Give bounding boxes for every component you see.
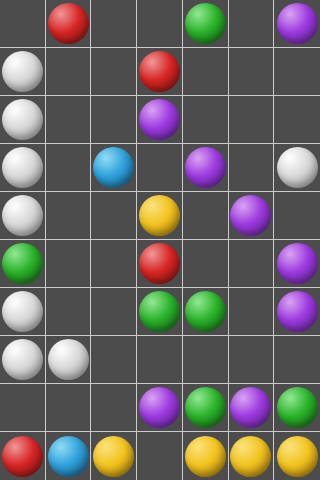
cell-r1c1[interactable]	[0, 0, 46, 48]
cell-r10c4[interactable]	[137, 432, 183, 480]
cell-r7c7[interactable]	[274, 288, 320, 336]
cell-r6c4[interactable]	[137, 240, 183, 288]
cell-r4c1[interactable]	[0, 144, 46, 192]
cell-r10c1[interactable]	[0, 432, 46, 480]
ball-silver[interactable]	[48, 339, 89, 380]
cell-r2c5[interactable]	[183, 48, 229, 96]
ball-red[interactable]	[48, 3, 89, 44]
cell-r9c7[interactable]	[274, 384, 320, 432]
ball-purple[interactable]	[230, 195, 271, 236]
cell-r2c2[interactable]	[46, 48, 92, 96]
cell-r9c6[interactable]	[229, 384, 275, 432]
cell-r4c3[interactable]	[91, 144, 137, 192]
game-board	[0, 0, 320, 480]
cell-r3c2[interactable]	[46, 96, 92, 144]
cell-r4c6[interactable]	[229, 144, 275, 192]
ball-silver[interactable]	[2, 99, 43, 140]
ball-yellow[interactable]	[277, 436, 318, 477]
cell-r3c6[interactable]	[229, 96, 275, 144]
cell-r8c1[interactable]	[0, 336, 46, 384]
cell-r9c4[interactable]	[137, 384, 183, 432]
ball-yellow[interactable]	[139, 195, 180, 236]
ball-green[interactable]	[185, 3, 226, 44]
cell-r7c2[interactable]	[46, 288, 92, 336]
cell-r10c6[interactable]	[229, 432, 275, 480]
cell-r1c4[interactable]	[137, 0, 183, 48]
ball-yellow[interactable]	[93, 436, 134, 477]
cell-r1c6[interactable]	[229, 0, 275, 48]
cell-r6c5[interactable]	[183, 240, 229, 288]
cell-r5c7[interactable]	[274, 192, 320, 240]
ball-red[interactable]	[139, 51, 180, 92]
cell-r5c1[interactable]	[0, 192, 46, 240]
cell-r5c2[interactable]	[46, 192, 92, 240]
ball-green[interactable]	[185, 387, 226, 428]
cell-r9c1[interactable]	[0, 384, 46, 432]
cell-r3c4[interactable]	[137, 96, 183, 144]
cell-r5c3[interactable]	[91, 192, 137, 240]
cell-r1c2[interactable]	[46, 0, 92, 48]
cell-r7c1[interactable]	[0, 288, 46, 336]
cell-r2c1[interactable]	[0, 48, 46, 96]
cell-r6c6[interactable]	[229, 240, 275, 288]
ball-green[interactable]	[185, 291, 226, 332]
cell-r2c7[interactable]	[274, 48, 320, 96]
cell-r8c6[interactable]	[229, 336, 275, 384]
ball-red[interactable]	[139, 243, 180, 284]
ball-blue[interactable]	[48, 436, 89, 477]
cell-r7c4[interactable]	[137, 288, 183, 336]
ball-yellow[interactable]	[230, 436, 271, 477]
ball-silver[interactable]	[2, 291, 43, 332]
ball-silver[interactable]	[2, 339, 43, 380]
ball-green[interactable]	[139, 291, 180, 332]
ball-red[interactable]	[2, 436, 43, 477]
cell-r2c3[interactable]	[91, 48, 137, 96]
ball-yellow[interactable]	[185, 436, 226, 477]
ball-green[interactable]	[277, 387, 318, 428]
cell-r1c5[interactable]	[183, 0, 229, 48]
cell-r5c4[interactable]	[137, 192, 183, 240]
ball-purple[interactable]	[277, 243, 318, 284]
cell-r8c4[interactable]	[137, 336, 183, 384]
cell-r8c3[interactable]	[91, 336, 137, 384]
cell-r5c6[interactable]	[229, 192, 275, 240]
ball-purple[interactable]	[277, 291, 318, 332]
cell-r7c6[interactable]	[229, 288, 275, 336]
ball-blue[interactable]	[93, 147, 134, 188]
ball-purple[interactable]	[185, 147, 226, 188]
ball-silver[interactable]	[2, 51, 43, 92]
cell-r2c4[interactable]	[137, 48, 183, 96]
cell-r1c7[interactable]	[274, 0, 320, 48]
cell-r10c7[interactable]	[274, 432, 320, 480]
cell-r6c7[interactable]	[274, 240, 320, 288]
ball-purple[interactable]	[139, 99, 180, 140]
cell-r3c3[interactable]	[91, 96, 137, 144]
cell-r6c1[interactable]	[0, 240, 46, 288]
cell-r8c2[interactable]	[46, 336, 92, 384]
cell-r10c3[interactable]	[91, 432, 137, 480]
cell-r2c6[interactable]	[229, 48, 275, 96]
ball-silver[interactable]	[2, 147, 43, 188]
cell-r1c3[interactable]	[91, 0, 137, 48]
cell-r10c2[interactable]	[46, 432, 92, 480]
ball-purple[interactable]	[230, 387, 271, 428]
cell-r4c5[interactable]	[183, 144, 229, 192]
cell-r4c2[interactable]	[46, 144, 92, 192]
cell-r9c2[interactable]	[46, 384, 92, 432]
cell-r7c5[interactable]	[183, 288, 229, 336]
cell-r4c7[interactable]	[274, 144, 320, 192]
cell-r6c2[interactable]	[46, 240, 92, 288]
ball-silver[interactable]	[277, 147, 318, 188]
ball-silver[interactable]	[2, 195, 43, 236]
cell-r8c7[interactable]	[274, 336, 320, 384]
ball-purple[interactable]	[277, 3, 318, 44]
cell-r3c5[interactable]	[183, 96, 229, 144]
cell-r9c5[interactable]	[183, 384, 229, 432]
cell-r5c5[interactable]	[183, 192, 229, 240]
cell-r10c5[interactable]	[183, 432, 229, 480]
cell-r3c7[interactable]	[274, 96, 320, 144]
cell-r6c3[interactable]	[91, 240, 137, 288]
cell-r7c3[interactable]	[91, 288, 137, 336]
ball-purple[interactable]	[139, 387, 180, 428]
cell-r9c3[interactable]	[91, 384, 137, 432]
cell-r3c1[interactable]	[0, 96, 46, 144]
cell-r8c5[interactable]	[183, 336, 229, 384]
cell-r4c4[interactable]	[137, 144, 183, 192]
ball-green[interactable]	[2, 243, 43, 284]
